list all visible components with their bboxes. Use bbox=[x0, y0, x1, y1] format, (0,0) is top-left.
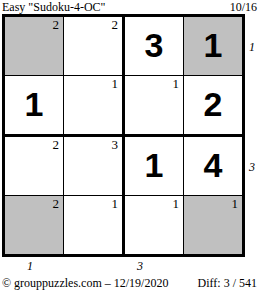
row-label-1: 1 bbox=[249, 41, 255, 53]
cell-r4c2[interactable]: 1 bbox=[64, 196, 125, 254]
cell-r3c1[interactable]: 2 bbox=[5, 137, 64, 196]
pencil-mark: 1 bbox=[173, 197, 180, 210]
cell-r2c1[interactable]: 1 bbox=[5, 76, 64, 137]
cell-r3c4[interactable]: 4 bbox=[184, 137, 242, 196]
cell-r4c4[interactable]: 1 bbox=[184, 196, 242, 254]
cell-r4c3[interactable]: 1 bbox=[125, 196, 184, 254]
cell-r4c1[interactable]: 2 bbox=[5, 196, 64, 254]
copyright-text: © grouppuzzles.com – 12/19/2020 bbox=[2, 276, 168, 291]
cell-r2c3[interactable]: 1 bbox=[125, 76, 184, 137]
difficulty-text: Diff: 3 / 541 bbox=[198, 276, 257, 291]
pencil-mark: 2 bbox=[53, 197, 60, 210]
cell-value: 4 bbox=[204, 148, 223, 182]
pencil-mark: 1 bbox=[112, 197, 119, 210]
cell-r3c2[interactable]: 3 bbox=[64, 137, 125, 196]
col-label-3: 3 bbox=[137, 260, 143, 272]
pencil-mark: 2 bbox=[53, 138, 60, 151]
cell-r1c1[interactable]: 2 bbox=[5, 17, 64, 76]
pencil-mark: 1 bbox=[232, 197, 239, 210]
cell-r3c3[interactable]: 1 bbox=[125, 137, 184, 196]
cell-value: 3 bbox=[145, 28, 164, 62]
pencil-mark: 2 bbox=[112, 18, 119, 31]
col-label-1: 1 bbox=[27, 260, 33, 272]
puzzle-title: Easy "Sudoku-4-OC" bbox=[2, 0, 105, 15]
board: 2231111223142111 bbox=[2, 14, 245, 257]
row-label-3: 3 bbox=[249, 161, 255, 173]
cell-value: 1 bbox=[25, 87, 44, 121]
cell-value: 1 bbox=[145, 148, 164, 182]
cell-value: 2 bbox=[204, 87, 223, 121]
pencil-mark: 3 bbox=[112, 138, 119, 151]
pencil-mark: 1 bbox=[112, 77, 119, 90]
cell-r2c4[interactable]: 2 bbox=[184, 76, 242, 137]
cell-r1c4[interactable]: 1 bbox=[184, 17, 242, 76]
pencil-mark: 2 bbox=[53, 18, 60, 31]
pencil-mark: 1 bbox=[173, 77, 180, 90]
cell-r1c2[interactable]: 2 bbox=[64, 17, 125, 76]
cell-r2c2[interactable]: 1 bbox=[64, 76, 125, 137]
puzzle-counter: 10/16 bbox=[230, 0, 257, 15]
cell-r1c3[interactable]: 3 bbox=[125, 17, 184, 76]
cell-value: 1 bbox=[204, 28, 223, 62]
